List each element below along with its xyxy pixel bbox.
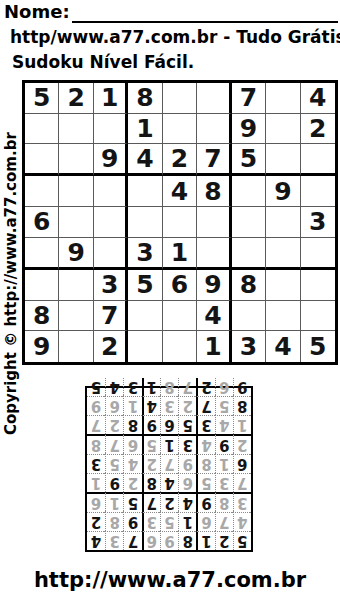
cell-r4c4[interactable] — [128, 176, 162, 207]
answer-cell-r6c1: 2 — [233, 434, 251, 454]
answer-cell-r6c2: 9 — [215, 434, 233, 454]
answer-cell-r6c7: 6 — [123, 434, 141, 454]
answer-cell-r1c2: 2 — [215, 531, 233, 550]
answer-cell-r7c9: 7 — [87, 415, 105, 434]
cell-r3c4: 4 — [128, 144, 162, 176]
cell-r2c6[interactable] — [197, 114, 231, 145]
name-label: Nome: — [4, 1, 70, 23]
cell-r4c2[interactable] — [59, 176, 93, 207]
answer-cell-r3c4: 4 — [178, 492, 196, 512]
cell-r2c1[interactable] — [25, 114, 59, 145]
cell-r9c2[interactable] — [59, 331, 93, 362]
answer-cell-r2c8: 8 — [105, 512, 123, 531]
cell-r9c6: 1 — [197, 331, 231, 362]
answer-cell-r8c5: 3 — [160, 396, 178, 415]
answer-cell-r9c4: 7 — [178, 378, 196, 396]
cell-r5c5[interactable] — [163, 207, 197, 238]
answer-cell-r8c7: 1 — [123, 396, 141, 415]
cell-r9c8: 4 — [266, 331, 300, 362]
cell-r4c1[interactable] — [25, 176, 59, 207]
cell-r5c3[interactable] — [94, 207, 128, 238]
answer-cell-r5c4: 9 — [178, 454, 196, 473]
answer-cell-r1c4: 8 — [178, 531, 196, 550]
answer-key-board: 5218967344761539823894275167356482916189… — [85, 386, 253, 552]
cell-r9c3: 2 — [94, 331, 128, 362]
cell-r4c5: 4 — [163, 176, 197, 207]
cell-r2c7: 9 — [232, 114, 266, 145]
footer-url: http://www.a77.com.br — [0, 568, 340, 592]
cell-r8c6: 4 — [197, 301, 231, 332]
answer-cell-r4c3: 5 — [196, 473, 214, 492]
cell-r3c6: 7 — [197, 144, 231, 176]
cell-r1c6[interactable] — [197, 83, 231, 114]
answer-cell-r5c1: 6 — [233, 454, 251, 473]
answer-cell-r3c2: 8 — [215, 492, 233, 512]
cell-r7c1[interactable] — [25, 270, 59, 301]
answer-cell-r7c2: 4 — [215, 415, 233, 434]
cell-r6c7[interactable] — [232, 238, 266, 270]
cell-r2c8[interactable] — [266, 114, 300, 145]
answer-cell-r1c1: 5 — [233, 531, 251, 550]
cell-r5c7[interactable] — [232, 207, 266, 238]
cell-r1c5[interactable] — [163, 83, 197, 114]
cell-r7c2[interactable] — [59, 270, 93, 301]
cell-r3c5: 2 — [163, 144, 197, 176]
cell-r8c9[interactable] — [301, 301, 335, 332]
answer-cell-r1c7: 7 — [123, 531, 141, 550]
cell-r7c9[interactable] — [301, 270, 335, 301]
cell-r8c4[interactable] — [128, 301, 162, 332]
answer-cell-r2c5: 5 — [160, 512, 178, 531]
site-tagline: http/www.a77.com.br - Tudo Grátis. — [10, 27, 340, 47]
answer-cell-r6c6: 5 — [142, 434, 160, 454]
cell-r3c9[interactable] — [301, 144, 335, 176]
answer-cell-r2c1: 4 — [233, 512, 251, 531]
answer-cell-r3c7: 5 — [123, 492, 141, 512]
answer-cell-r8c1: 8 — [233, 396, 251, 415]
cell-r7c6: 9 — [197, 270, 231, 301]
answer-cell-r9c9: 5 — [87, 378, 105, 396]
answer-cell-r4c8: 9 — [105, 473, 123, 492]
answer-cell-r4c2: 3 — [215, 473, 233, 492]
answer-cell-r4c9: 1 — [87, 473, 105, 492]
cell-r6c5: 1 — [163, 238, 197, 270]
cell-r7c4: 5 — [128, 270, 162, 301]
answer-cell-r6c4: 3 — [178, 434, 196, 454]
answer-cell-r3c5: 2 — [160, 492, 178, 512]
answer-cell-r1c5: 9 — [160, 531, 178, 550]
answer-cell-r9c3: 2 — [196, 378, 214, 396]
name-row: Nome: — [4, 1, 338, 23]
answer-cell-r3c1: 3 — [233, 492, 251, 512]
cell-r5c6[interactable] — [197, 207, 231, 238]
answer-cell-r8c4: 2 — [178, 396, 196, 415]
cell-r3c1[interactable] — [25, 144, 59, 176]
answer-cell-r7c7: 8 — [123, 415, 141, 434]
answer-cell-r3c3: 9 — [196, 492, 214, 512]
answer-cell-r6c9: 8 — [87, 434, 105, 454]
cell-r4c3[interactable] — [94, 176, 128, 207]
answer-cell-r8c3: 7 — [196, 396, 214, 415]
puzzle-level-title: Sudoku Nível Fácil. — [12, 52, 194, 72]
cell-r6c6[interactable] — [197, 238, 231, 270]
cell-r5c4[interactable] — [128, 207, 162, 238]
answer-cell-r5c5: 7 — [160, 454, 178, 473]
cell-r7c8[interactable] — [266, 270, 300, 301]
cell-r6c3[interactable] — [94, 238, 128, 270]
cell-r1c3: 1 — [94, 83, 128, 114]
answer-cell-r7c8: 2 — [105, 415, 123, 434]
cell-r1c9: 4 — [301, 83, 335, 114]
cell-r1c7: 7 — [232, 83, 266, 114]
answer-cell-r6c3: 4 — [196, 434, 214, 454]
cell-r3c8[interactable] — [266, 144, 300, 176]
answer-cell-r2c6: 3 — [142, 512, 160, 531]
name-blank-line — [72, 1, 338, 23]
cell-r9c7: 3 — [232, 331, 266, 362]
cell-r7c3: 3 — [94, 270, 128, 301]
cell-r7c5: 6 — [163, 270, 197, 301]
cell-r8c8[interactable] — [266, 301, 300, 332]
cell-r4c6: 8 — [197, 176, 231, 207]
cell-r1c1: 5 — [25, 83, 59, 114]
answer-cell-r7c6: 9 — [142, 415, 160, 434]
answer-cell-r9c1: 9 — [233, 378, 251, 396]
cell-r5c2[interactable] — [59, 207, 93, 238]
answer-cell-r9c6: 1 — [142, 378, 160, 396]
cell-r3c7: 5 — [232, 144, 266, 176]
cell-r6c2: 9 — [59, 238, 93, 270]
cell-r2c9: 2 — [301, 114, 335, 145]
cell-r1c8[interactable] — [266, 83, 300, 114]
answer-cell-r9c5: 8 — [160, 378, 178, 396]
cell-r5c1: 6 — [25, 207, 59, 238]
cell-r2c3[interactable] — [94, 114, 128, 145]
cell-r9c1: 9 — [25, 331, 59, 362]
answer-cell-r5c6: 2 — [142, 454, 160, 473]
cell-r2c5[interactable] — [163, 114, 197, 145]
cell-r2c2[interactable] — [59, 114, 93, 145]
answer-cell-r9c8: 4 — [105, 378, 123, 396]
answer-cell-r9c2: 6 — [215, 378, 233, 396]
cell-r7c7: 8 — [232, 270, 266, 301]
answer-cell-r6c5: 1 — [160, 434, 178, 454]
answer-cell-r2c4: 1 — [178, 512, 196, 531]
answer-cell-r5c2: 1 — [215, 454, 233, 473]
cell-r2c4: 1 — [128, 114, 162, 145]
answer-cell-r7c3: 3 — [196, 415, 214, 434]
answer-cell-r8c6: 4 — [142, 396, 160, 415]
cell-r9c9: 5 — [301, 331, 335, 362]
cell-r9c4[interactable] — [128, 331, 162, 362]
cell-r8c2[interactable] — [59, 301, 93, 332]
answer-cell-r4c4: 6 — [178, 473, 196, 492]
answer-cell-r5c7: 4 — [123, 454, 141, 473]
answer-cell-r2c9: 2 — [87, 512, 105, 531]
cell-r8c7[interactable] — [232, 301, 266, 332]
answer-cell-r4c1: 7 — [233, 473, 251, 492]
cell-r5c9: 3 — [301, 207, 335, 238]
answer-cell-r4c5: 4 — [160, 473, 178, 492]
cell-r6c9[interactable] — [301, 238, 335, 270]
answer-cell-r5c8: 5 — [105, 454, 123, 473]
copyright-vertical: Copyright © http://www.a77.com.br — [2, 85, 18, 435]
cell-r8c3: 7 — [94, 301, 128, 332]
answer-cell-r7c1: 1 — [233, 415, 251, 434]
cell-r1c2: 2 — [59, 83, 93, 114]
sudoku-board: 521874192942754896393135698874921345 — [22, 80, 338, 365]
answer-cell-r2c7: 9 — [123, 512, 141, 531]
answer-cell-r3c9: 6 — [87, 492, 105, 512]
cell-r3c2[interactable] — [59, 144, 93, 176]
answer-cell-r5c9: 3 — [87, 454, 105, 473]
answer-cell-r4c7: 2 — [123, 473, 141, 492]
answer-cell-r3c8: 1 — [105, 492, 123, 512]
answer-cell-r3c6: 7 — [142, 492, 160, 512]
cell-r9c5[interactable] — [163, 331, 197, 362]
answer-cell-r1c3: 1 — [196, 531, 214, 550]
cell-r6c4: 3 — [128, 238, 162, 270]
cell-r4c7[interactable] — [232, 176, 266, 207]
answer-cell-r8c8: 6 — [105, 396, 123, 415]
answer-cell-r8c2: 5 — [215, 396, 233, 415]
cell-r3c3: 9 — [94, 144, 128, 176]
answer-cell-r1c8: 3 — [105, 531, 123, 550]
cell-r6c8[interactable] — [266, 238, 300, 270]
cell-r4c9[interactable] — [301, 176, 335, 207]
cell-r1c4: 8 — [128, 83, 162, 114]
cell-r5c8[interactable] — [266, 207, 300, 238]
answer-cell-r7c5: 6 — [160, 415, 178, 434]
answer-cell-r8c9: 9 — [87, 396, 105, 415]
cell-r8c5[interactable] — [163, 301, 197, 332]
answer-cell-r7c4: 5 — [178, 415, 196, 434]
answer-cell-r2c3: 6 — [196, 512, 214, 531]
cell-r8c1: 8 — [25, 301, 59, 332]
cell-r4c8: 9 — [266, 176, 300, 207]
answer-cell-r9c7: 3 — [123, 378, 141, 396]
answer-cell-r2c2: 7 — [215, 512, 233, 531]
answer-cell-r1c9: 4 — [87, 531, 105, 550]
answer-cell-r4c6: 8 — [142, 473, 160, 492]
answer-cell-r5c3: 8 — [196, 454, 214, 473]
answer-cell-r1c6: 6 — [142, 531, 160, 550]
cell-r6c1[interactable] — [25, 238, 59, 270]
answer-cell-r6c8: 7 — [105, 434, 123, 454]
